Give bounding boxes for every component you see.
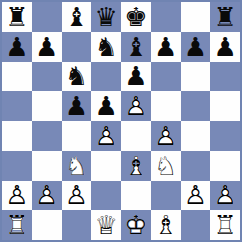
white-pawn[interactable]: ♟♙	[151, 121, 181, 151]
white-knight-outline-icon: ♘	[62, 151, 92, 181]
square-e8[interactable]: ♚	[121, 2, 151, 32]
black-bishop[interactable]: ♝	[121, 32, 151, 62]
white-pawn[interactable]: ♟♙	[32, 181, 62, 211]
white-pawn[interactable]: ♟♙	[181, 181, 211, 211]
white-pawn[interactable]: ♟♙	[91, 121, 121, 151]
black-pawn-icon: ♟	[91, 91, 121, 121]
white-rook[interactable]: ♜♖	[210, 210, 240, 240]
white-king-outline-icon: ♔	[121, 210, 151, 240]
square-c4[interactable]	[62, 121, 92, 151]
black-bishop-icon: ♝	[121, 32, 151, 62]
white-bishop[interactable]: ♝♗	[151, 210, 181, 240]
square-h6[interactable]	[210, 62, 240, 92]
black-pawn[interactable]: ♟	[91, 91, 121, 121]
white-bishop-outline-icon: ♗	[151, 210, 181, 240]
square-h1[interactable]: ♜♖	[210, 210, 240, 240]
square-g7[interactable]: ♟	[181, 32, 211, 62]
square-b4[interactable]	[32, 121, 62, 151]
black-rook[interactable]: ♜	[2, 2, 32, 32]
black-pawn[interactable]: ♟	[62, 91, 92, 121]
square-c5[interactable]: ♟	[62, 91, 92, 121]
square-e3[interactable]: ♝♗	[121, 151, 151, 181]
square-f5[interactable]	[151, 91, 181, 121]
black-bishop-icon: ♝	[62, 2, 92, 32]
square-a6[interactable]	[2, 62, 32, 92]
square-a5[interactable]	[2, 91, 32, 121]
square-a1[interactable]: ♜♖	[2, 210, 32, 240]
black-knight[interactable]: ♞	[62, 62, 92, 92]
black-rook-icon: ♜	[2, 2, 32, 32]
black-pawn-icon: ♟	[121, 62, 151, 92]
square-b5[interactable]	[32, 91, 62, 121]
white-bishop[interactable]: ♝♗	[121, 151, 151, 181]
square-h4[interactable]	[210, 121, 240, 151]
square-f2[interactable]	[151, 181, 181, 211]
square-c2[interactable]: ♟♙	[62, 181, 92, 211]
square-b1[interactable]	[32, 210, 62, 240]
chess-board-frame: ♜♝♛♚♜♟♟♞♝♟♟♟♞♟♟♟♟♙♟♙♟♙♞♘♝♗♞♘♟♙♟♙♟♙♟♙♟♙♜♖…	[0, 0, 242, 242]
white-knight-outline-icon: ♘	[151, 151, 181, 181]
black-pawn-icon: ♟	[2, 32, 32, 62]
square-d7[interactable]: ♞	[91, 32, 121, 62]
white-knight[interactable]: ♞♘	[62, 151, 92, 181]
white-pawn-outline-icon: ♙	[32, 181, 62, 211]
white-pawn[interactable]: ♟♙	[62, 181, 92, 211]
square-b2[interactable]: ♟♙	[32, 181, 62, 211]
square-d1[interactable]: ♛♕	[91, 210, 121, 240]
square-g3[interactable]	[181, 151, 211, 181]
black-knight-icon: ♞	[62, 62, 92, 92]
black-king[interactable]: ♚	[121, 2, 151, 32]
square-g5[interactable]	[181, 91, 211, 121]
square-b8[interactable]	[32, 2, 62, 32]
square-b6[interactable]	[32, 62, 62, 92]
square-f6[interactable]	[151, 62, 181, 92]
black-pawn[interactable]: ♟	[121, 62, 151, 92]
square-c7[interactable]	[62, 32, 92, 62]
square-d5[interactable]: ♟	[91, 91, 121, 121]
white-pawn[interactable]: ♟♙	[210, 181, 240, 211]
square-a3[interactable]	[2, 151, 32, 181]
black-pawn[interactable]: ♟	[151, 32, 181, 62]
black-queen-icon: ♛	[91, 2, 121, 32]
square-a8[interactable]: ♜	[2, 2, 32, 32]
square-e1[interactable]: ♚♔	[121, 210, 151, 240]
white-rook[interactable]: ♜♖	[2, 210, 32, 240]
square-c1[interactable]	[62, 210, 92, 240]
black-pawn-icon: ♟	[210, 32, 240, 62]
square-d4[interactable]: ♟♙	[91, 121, 121, 151]
white-pawn-outline-icon: ♙	[91, 121, 121, 151]
square-e7[interactable]: ♝	[121, 32, 151, 62]
square-g8[interactable]	[181, 2, 211, 32]
square-a7[interactable]: ♟	[2, 32, 32, 62]
white-queen-outline-icon: ♕	[91, 210, 121, 240]
square-e6[interactable]: ♟	[121, 62, 151, 92]
white-knight[interactable]: ♞♘	[151, 151, 181, 181]
black-pawn-icon: ♟	[151, 32, 181, 62]
white-pawn[interactable]: ♟♙	[121, 91, 151, 121]
black-pawn[interactable]: ♟	[181, 32, 211, 62]
square-d3[interactable]	[91, 151, 121, 181]
white-bishop-outline-icon: ♗	[121, 151, 151, 181]
white-pawn-outline-icon: ♙	[121, 91, 151, 121]
square-a2[interactable]: ♟♙	[2, 181, 32, 211]
square-e2[interactable]	[121, 181, 151, 211]
black-king-icon: ♚	[121, 2, 151, 32]
black-pawn[interactable]: ♟	[210, 32, 240, 62]
white-pawn-outline-icon: ♙	[151, 121, 181, 151]
square-h5[interactable]	[210, 91, 240, 121]
black-pawn-icon: ♟	[181, 32, 211, 62]
square-g2[interactable]: ♟♙	[181, 181, 211, 211]
square-e5[interactable]: ♟♙	[121, 91, 151, 121]
square-c6[interactable]: ♞	[62, 62, 92, 92]
square-f7[interactable]: ♟	[151, 32, 181, 62]
square-c3[interactable]: ♞♘	[62, 151, 92, 181]
black-pawn[interactable]: ♟	[2, 32, 32, 62]
white-pawn-outline-icon: ♙	[210, 181, 240, 211]
white-rook-outline-icon: ♖	[210, 210, 240, 240]
square-g1[interactable]	[181, 210, 211, 240]
square-g6[interactable]	[181, 62, 211, 92]
square-e4[interactable]	[121, 121, 151, 151]
square-d8[interactable]: ♛	[91, 2, 121, 32]
black-pawn-icon: ♟	[32, 32, 62, 62]
square-b3[interactable]	[32, 151, 62, 181]
white-pawn[interactable]: ♟♙	[2, 181, 32, 211]
white-king[interactable]: ♚♔	[121, 210, 151, 240]
white-pawn-outline-icon: ♙	[2, 181, 32, 211]
white-pawn-outline-icon: ♙	[181, 181, 211, 211]
square-f4[interactable]: ♟♙	[151, 121, 181, 151]
square-f8[interactable]	[151, 2, 181, 32]
square-h2[interactable]: ♟♙	[210, 181, 240, 211]
square-d2[interactable]	[91, 181, 121, 211]
chess-board: ♜♝♛♚♜♟♟♞♝♟♟♟♞♟♟♟♟♙♟♙♟♙♞♘♝♗♞♘♟♙♟♙♟♙♟♙♟♙♜♖…	[2, 2, 240, 240]
square-a4[interactable]	[2, 121, 32, 151]
square-g4[interactable]	[181, 121, 211, 151]
square-h8[interactable]: ♜	[210, 2, 240, 32]
black-rook-icon: ♜	[210, 2, 240, 32]
square-f1[interactable]: ♝♗	[151, 210, 181, 240]
square-c8[interactable]: ♝	[62, 2, 92, 32]
white-queen[interactable]: ♛♕	[91, 210, 121, 240]
square-d6[interactable]	[91, 62, 121, 92]
black-knight-icon: ♞	[91, 32, 121, 62]
square-b7[interactable]: ♟	[32, 32, 62, 62]
black-bishop[interactable]: ♝	[62, 2, 92, 32]
black-pawn-icon: ♟	[62, 91, 92, 121]
black-rook[interactable]: ♜	[210, 2, 240, 32]
square-h3[interactable]	[210, 151, 240, 181]
white-pawn-outline-icon: ♙	[62, 181, 92, 211]
black-knight[interactable]: ♞	[91, 32, 121, 62]
square-h7[interactable]: ♟	[210, 32, 240, 62]
square-f3[interactable]: ♞♘	[151, 151, 181, 181]
black-queen[interactable]: ♛	[91, 2, 121, 32]
black-pawn[interactable]: ♟	[32, 32, 62, 62]
white-rook-outline-icon: ♖	[2, 210, 32, 240]
